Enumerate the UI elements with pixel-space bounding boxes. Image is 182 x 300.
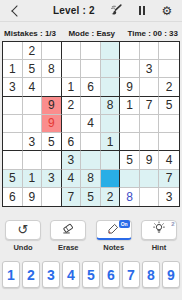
pause-icon: [139, 6, 146, 15]
cell-r9c5[interactable]: 5: [81, 188, 101, 206]
cell-r5c2[interactable]: [23, 115, 43, 133]
numpad-1[interactable]: 1: [2, 261, 20, 288]
cell-r6c6[interactable]: 1: [101, 133, 121, 151]
undo-label: Undo: [13, 243, 32, 252]
cell-r8c9[interactable]: 7: [159, 170, 179, 188]
cell-r2c6[interactable]: [101, 60, 121, 78]
cell-r4c9[interactable]: 5: [159, 97, 179, 115]
number-pad: 123456789: [0, 261, 182, 288]
cell-r8c4[interactable]: 4: [62, 170, 82, 188]
cell-r6c9[interactable]: [159, 133, 179, 151]
cell-r3c7[interactable]: 9: [120, 78, 140, 96]
top-bar: Level : 2 ⚙: [0, 0, 182, 22]
cell-r8c3[interactable]: 3: [42, 170, 62, 188]
numpad-8[interactable]: 8: [142, 261, 160, 288]
cell-r8c5[interactable]: 8: [81, 170, 101, 188]
cell-r4c8[interactable]: 7: [140, 97, 160, 115]
hint-button[interactable]: 2: [141, 220, 177, 240]
cell-r7c5[interactable]: [81, 151, 101, 169]
cell-r1c7[interactable]: [120, 42, 140, 60]
numpad-9[interactable]: 9: [162, 261, 180, 288]
settings-button[interactable]: ⚙: [159, 3, 175, 19]
eraser-icon: [61, 221, 75, 239]
mode-label: Mode : Easy: [68, 29, 115, 38]
cell-r7c1[interactable]: [3, 151, 23, 169]
cell-r2c4[interactable]: [62, 60, 82, 78]
notes-tool: On Notes: [96, 220, 132, 252]
cell-r1c1[interactable]: [3, 42, 23, 60]
cell-r3c2[interactable]: 4: [23, 78, 43, 96]
mistakes-counter: Mistakes : 1/3: [4, 29, 56, 38]
cell-r3c9[interactable]: 2: [159, 78, 179, 96]
cell-r8c1[interactable]: 5: [3, 170, 23, 188]
undo-button[interactable]: ↺: [5, 220, 41, 240]
undo-tool: ↺ Undo: [5, 220, 41, 252]
cell-r9c9[interactable]: 3: [159, 188, 179, 206]
cell-r4c6[interactable]: 8: [101, 97, 121, 115]
settings-gear-icon: ⚙: [162, 5, 173, 17]
cell-r7c7[interactable]: 5: [120, 151, 140, 169]
cell-r5c1[interactable]: [3, 115, 23, 133]
erase-tool: Erase: [50, 220, 86, 252]
cell-r3c1[interactable]: 3: [3, 78, 23, 96]
cell-r9c4[interactable]: 7: [62, 188, 82, 206]
cell-r2c3[interactable]: 8: [42, 60, 62, 78]
cell-r1c5[interactable]: [81, 42, 101, 60]
cell-r9c6[interactable]: 2: [101, 188, 121, 206]
cell-r7c4[interactable]: 3: [62, 151, 82, 169]
undo-icon: ↺: [18, 223, 29, 236]
cell-r9c3[interactable]: [42, 188, 62, 206]
lightbulb-icon: [152, 221, 166, 239]
cell-r4c3[interactable]: 9: [42, 97, 62, 115]
numpad-4[interactable]: 4: [62, 261, 80, 288]
chevron-left-icon: [11, 5, 22, 16]
cell-r2c8[interactable]: 3: [140, 60, 160, 78]
cell-r5c5[interactable]: 4: [81, 115, 101, 133]
cell-r1c8[interactable]: [140, 42, 160, 60]
cell-r9c7[interactable]: 8: [120, 188, 140, 206]
cell-r3c4[interactable]: 1: [62, 78, 82, 96]
numpad-6[interactable]: 6: [102, 261, 120, 288]
cell-r9c2[interactable]: 9: [23, 188, 43, 206]
cell-r6c2[interactable]: 3: [23, 133, 43, 151]
cell-r4c5[interactable]: [81, 97, 101, 115]
cell-r8c7[interactable]: [120, 170, 140, 188]
cell-r1c6[interactable]: [101, 42, 121, 60]
erase-label: Erase: [58, 243, 78, 252]
cell-r6c7[interactable]: [120, 133, 140, 151]
cell-r2c7[interactable]: [120, 60, 140, 78]
timer: Time : 00 : 33: [127, 29, 178, 38]
cell-r5c6[interactable]: [101, 115, 121, 133]
cell-r5c7[interactable]: [120, 115, 140, 133]
cell-r4c4[interactable]: 2: [62, 97, 82, 115]
cell-r6c1[interactable]: [3, 133, 23, 151]
cell-r7c2[interactable]: [23, 151, 43, 169]
cell-r1c9[interactable]: [159, 42, 179, 60]
numpad-2[interactable]: 2: [22, 261, 40, 288]
cell-r2c2[interactable]: 5: [23, 60, 43, 78]
cell-r3c8[interactable]: [140, 78, 160, 96]
cell-r8c8[interactable]: [140, 170, 160, 188]
cell-r6c4[interactable]: 6: [62, 133, 82, 151]
cell-r1c2[interactable]: 2: [23, 42, 43, 60]
cell-r7c8[interactable]: 9: [140, 151, 160, 169]
numpad-3[interactable]: 3: [42, 261, 60, 288]
pause-button[interactable]: [134, 3, 150, 19]
cell-r2c1[interactable]: 1: [3, 60, 23, 78]
cell-r6c3[interactable]: 5: [42, 133, 62, 151]
cell-r5c4[interactable]: [62, 115, 82, 133]
cell-r5c9[interactable]: [159, 115, 179, 133]
numpad-7[interactable]: 7: [122, 261, 140, 288]
status-bar: Mistakes : 1/3 Mode : Easy Time : 00 : 3…: [0, 29, 182, 38]
topbar-icons: ⚙: [109, 3, 175, 19]
hint-count-badge: 2: [171, 221, 174, 227]
cell-r5c3[interactable]: 9: [42, 115, 62, 133]
cell-r6c5[interactable]: [81, 133, 101, 151]
erase-button[interactable]: [50, 220, 86, 240]
action-toolbar: ↺ Undo Erase: [0, 220, 182, 252]
cell-r8c2[interactable]: 1: [23, 170, 43, 188]
cell-r2c5[interactable]: [81, 60, 101, 78]
cell-r7c6[interactable]: [101, 151, 121, 169]
cell-r4c1[interactable]: [3, 97, 23, 115]
cell-r8c6[interactable]: [101, 170, 121, 188]
cell-r1c4[interactable]: [62, 42, 82, 60]
cell-r9c8[interactable]: [140, 188, 160, 206]
cell-r3c3[interactable]: [42, 78, 62, 96]
notes-on-badge: On: [119, 220, 130, 228]
cell-r3c6[interactable]: [101, 78, 121, 96]
sudoku-board: 2158334169292817594356135945134876975283: [2, 41, 180, 207]
cell-r3c5[interactable]: 6: [81, 78, 101, 96]
notes-label: Notes: [103, 243, 124, 252]
cell-r2c9[interactable]: [159, 60, 179, 78]
cell-r1c3[interactable]: [42, 42, 62, 60]
cell-r7c3[interactable]: [42, 151, 62, 169]
cell-r4c7[interactable]: 1: [120, 97, 140, 115]
hint-tool: 2 Hint: [141, 220, 177, 252]
cell-r9c1[interactable]: 6: [3, 188, 23, 206]
cell-r7c9[interactable]: 4: [159, 151, 179, 169]
hint-label: Hint: [152, 243, 167, 252]
back-button[interactable]: [7, 3, 23, 19]
cell-r5c8[interactable]: [140, 115, 160, 133]
cell-r4c2[interactable]: [23, 97, 43, 115]
theme-brush-icon: [110, 2, 123, 20]
notes-button[interactable]: On: [96, 220, 132, 240]
numpad-5[interactable]: 5: [82, 261, 100, 288]
theme-button[interactable]: [109, 3, 125, 19]
cell-r6c8[interactable]: [140, 133, 160, 151]
level-title: Level : 2: [53, 5, 95, 16]
